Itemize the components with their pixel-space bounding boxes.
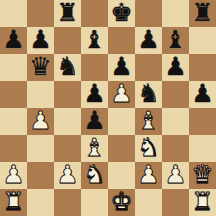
square-g7[interactable]: ♝ xyxy=(162,27,189,54)
square-b7[interactable]: ♟ xyxy=(27,27,54,54)
square-c2[interactable]: ♟ xyxy=(54,162,81,189)
square-h3[interactable] xyxy=(189,135,216,162)
square-c8[interactable]: ♜ xyxy=(54,0,81,27)
piece-black-queen-icon[interactable]: ♛ xyxy=(29,53,51,80)
square-a4[interactable] xyxy=(0,108,27,135)
square-g6[interactable]: ♟ xyxy=(162,54,189,81)
square-b5[interactable] xyxy=(27,81,54,108)
square-d7[interactable]: ♝ xyxy=(81,27,108,54)
piece-black-bishop-icon[interactable]: ♝ xyxy=(83,26,105,53)
square-f7[interactable]: ♟ xyxy=(135,27,162,54)
square-c4[interactable] xyxy=(54,108,81,135)
square-a6[interactable] xyxy=(0,54,27,81)
square-d4[interactable]: ♟ xyxy=(81,108,108,135)
square-f3[interactable]: ♞ xyxy=(135,135,162,162)
square-d6[interactable] xyxy=(81,54,108,81)
square-d2[interactable]: ♞ xyxy=(81,162,108,189)
piece-white-pawn-icon[interactable]: ♟ xyxy=(110,80,132,107)
square-b4[interactable]: ♟ xyxy=(27,108,54,135)
square-a2[interactable]: ♟ xyxy=(0,162,27,189)
square-e4[interactable] xyxy=(108,108,135,135)
square-b2[interactable] xyxy=(27,162,54,189)
piece-black-bishop-icon[interactable]: ♝ xyxy=(164,26,186,53)
square-e6[interactable]: ♟ xyxy=(108,54,135,81)
piece-white-pawn-icon[interactable]: ♟ xyxy=(56,161,78,188)
square-e7[interactable] xyxy=(108,27,135,54)
square-e1[interactable]: ♚ xyxy=(108,189,135,216)
piece-white-pawn-icon[interactable]: ♟ xyxy=(29,107,51,134)
square-g8[interactable] xyxy=(162,0,189,27)
piece-black-pawn-icon[interactable]: ♟ xyxy=(137,26,159,53)
piece-white-king-icon[interactable]: ♚ xyxy=(110,188,132,215)
square-c6[interactable]: ♞ xyxy=(54,54,81,81)
piece-black-pawn-icon[interactable]: ♟ xyxy=(110,53,132,80)
piece-white-pawn-icon[interactable]: ♟ xyxy=(164,161,186,188)
piece-black-knight-icon[interactable]: ♞ xyxy=(137,80,159,107)
square-a3[interactable] xyxy=(0,135,27,162)
piece-white-rook-icon[interactable]: ♜ xyxy=(191,188,213,215)
piece-black-pawn-icon[interactable]: ♟ xyxy=(83,107,105,134)
square-b6[interactable]: ♛ xyxy=(27,54,54,81)
square-h8[interactable]: ♜ xyxy=(189,0,216,27)
square-e8[interactable]: ♚ xyxy=(108,0,135,27)
square-f6[interactable] xyxy=(135,54,162,81)
square-e5[interactable]: ♟ xyxy=(108,81,135,108)
square-f4[interactable]: ♝ xyxy=(135,108,162,135)
square-f8[interactable] xyxy=(135,0,162,27)
piece-black-pawn-icon[interactable]: ♟ xyxy=(2,26,24,53)
square-g3[interactable] xyxy=(162,135,189,162)
piece-black-pawn-icon[interactable]: ♟ xyxy=(83,80,105,107)
square-g4[interactable] xyxy=(162,108,189,135)
piece-white-knight-icon[interactable]: ♞ xyxy=(137,134,159,161)
square-h6[interactable] xyxy=(189,54,216,81)
square-h2[interactable]: ♛ xyxy=(189,162,216,189)
square-h1[interactable]: ♜ xyxy=(189,189,216,216)
piece-black-rook-icon[interactable]: ♜ xyxy=(56,0,78,26)
square-g5[interactable] xyxy=(162,81,189,108)
square-g2[interactable]: ♟ xyxy=(162,162,189,189)
piece-white-pawn-icon[interactable]: ♟ xyxy=(137,161,159,188)
square-h5[interactable]: ♟ xyxy=(189,81,216,108)
piece-black-pawn-icon[interactable]: ♟ xyxy=(29,26,51,53)
chess-board: ♜♚♜♟♟♝♟♝♛♞♟♟♟♟♞♟♟♟♝♝♞♟♟♞♟♟♛♜♚♜ xyxy=(0,0,216,216)
piece-black-pawn-icon[interactable]: ♟ xyxy=(191,80,213,107)
square-b8[interactable] xyxy=(27,0,54,27)
piece-white-bishop-icon[interactable]: ♝ xyxy=(137,107,159,134)
square-f1[interactable] xyxy=(135,189,162,216)
square-g1[interactable] xyxy=(162,189,189,216)
square-d1[interactable] xyxy=(81,189,108,216)
square-a8[interactable] xyxy=(0,0,27,27)
square-e3[interactable] xyxy=(108,135,135,162)
square-f2[interactable]: ♟ xyxy=(135,162,162,189)
square-c1[interactable] xyxy=(54,189,81,216)
piece-black-knight-icon[interactable]: ♞ xyxy=(56,53,78,80)
square-c5[interactable] xyxy=(54,81,81,108)
piece-black-king-icon[interactable]: ♚ xyxy=(110,0,132,26)
square-b3[interactable] xyxy=(27,135,54,162)
square-h7[interactable] xyxy=(189,27,216,54)
square-e2[interactable] xyxy=(108,162,135,189)
piece-white-queen-icon[interactable]: ♛ xyxy=(191,161,213,188)
square-a7[interactable]: ♟ xyxy=(0,27,27,54)
square-d5[interactable]: ♟ xyxy=(81,81,108,108)
piece-white-bishop-icon[interactable]: ♝ xyxy=(83,134,105,161)
square-d8[interactable] xyxy=(81,0,108,27)
square-f5[interactable]: ♞ xyxy=(135,81,162,108)
piece-white-knight-icon[interactable]: ♞ xyxy=(83,161,105,188)
square-d3[interactable]: ♝ xyxy=(81,135,108,162)
square-c7[interactable] xyxy=(54,27,81,54)
piece-white-pawn-icon[interactable]: ♟ xyxy=(2,161,24,188)
square-h4[interactable] xyxy=(189,108,216,135)
piece-black-pawn-icon[interactable]: ♟ xyxy=(164,53,186,80)
square-b1[interactable] xyxy=(27,189,54,216)
square-a1[interactable]: ♜ xyxy=(0,189,27,216)
square-a5[interactable] xyxy=(0,81,27,108)
piece-black-rook-icon[interactable]: ♜ xyxy=(191,0,213,26)
square-c3[interactable] xyxy=(54,135,81,162)
piece-white-rook-icon[interactable]: ♜ xyxy=(2,188,24,215)
